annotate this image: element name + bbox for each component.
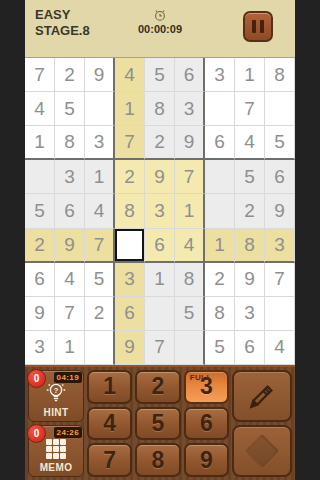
- eraser-button[interactable]: [232, 425, 292, 477]
- cell-r5c2[interactable]: 6: [55, 194, 85, 228]
- cell-r6c5[interactable]: 6: [145, 229, 175, 263]
- cell-r4c7[interactable]: [205, 160, 235, 194]
- cell-r4c5[interactable]: 9: [145, 160, 175, 194]
- cell-r8c2[interactable]: 7: [55, 297, 85, 331]
- cell-r5c4[interactable]: 8: [115, 194, 145, 228]
- cell-r2c5[interactable]: 8: [145, 92, 175, 126]
- lightbulb-icon: ?: [44, 380, 68, 406]
- cell-r9c7[interactable]: 5: [205, 331, 235, 365]
- cell-r1c4[interactable]: 4: [115, 58, 145, 92]
- cell-r6c2[interactable]: 9: [55, 229, 85, 263]
- numpad-button-5[interactable]: 5: [135, 407, 180, 441]
- cell-r8c8[interactable]: 3: [235, 297, 265, 331]
- cell-r5c6[interactable]: 1: [175, 194, 205, 228]
- cell-r1c6[interactable]: 6: [175, 58, 205, 92]
- numpad-digit: 8: [152, 447, 165, 474]
- cell-r9c4[interactable]: 9: [115, 331, 145, 365]
- alarm-clock-icon: [153, 8, 167, 22]
- cell-r1c3[interactable]: 9: [85, 58, 115, 92]
- memo-count-badge: 0: [27, 424, 46, 443]
- pause-button[interactable]: [243, 11, 273, 42]
- numpad-button-7[interactable]: 7: [87, 443, 132, 477]
- numpad-digit: 2: [152, 373, 165, 400]
- cell-r9c8[interactable]: 6: [235, 331, 265, 365]
- numpad-button-9[interactable]: 9: [184, 443, 229, 477]
- cell-r8c7[interactable]: 8: [205, 297, 235, 331]
- cell-r4c6[interactable]: 7: [175, 160, 205, 194]
- cell-r8c9[interactable]: [265, 297, 295, 331]
- eraser-diamond-icon: [245, 434, 279, 468]
- cell-r4c1[interactable]: [25, 160, 55, 194]
- stage-title: EASY STAGE.8: [35, 7, 90, 39]
- cell-r4c2[interactable]: 3: [55, 160, 85, 194]
- cell-r7c8[interactable]: 9: [235, 263, 265, 297]
- cell-r4c4[interactable]: 2: [115, 160, 145, 194]
- cell-r4c3[interactable]: 1: [85, 160, 115, 194]
- cell-r8c3[interactable]: 2: [85, 297, 115, 331]
- cell-r2c9[interactable]: [265, 92, 295, 126]
- cell-r7c4[interactable]: 3: [115, 263, 145, 297]
- cell-r9c1[interactable]: 3: [25, 331, 55, 365]
- cell-r5c1[interactable]: 5: [25, 194, 55, 228]
- cell-r4c9[interactable]: 6: [265, 160, 295, 194]
- cell-r9c9[interactable]: 4: [265, 331, 295, 365]
- numpad-button-8[interactable]: 8: [135, 443, 180, 477]
- svg-text:?: ?: [54, 386, 59, 395]
- cell-r6c7[interactable]: 1: [205, 229, 235, 263]
- cell-r2c6[interactable]: 3: [175, 92, 205, 126]
- numpad-button-2[interactable]: 2: [135, 370, 180, 404]
- cell-r2c7[interactable]: [205, 92, 235, 126]
- cell-r3c6[interactable]: 9: [175, 126, 205, 160]
- header: EASY STAGE.8 00:00:09: [25, 0, 295, 57]
- sudoku-app: EASY STAGE.8 00:00:09 729456318451837183…: [25, 0, 295, 480]
- cell-r6c6[interactable]: 4: [175, 229, 205, 263]
- timer: 00:00:09: [138, 8, 182, 35]
- pause-icon: [260, 20, 264, 33]
- cell-r7c2[interactable]: 4: [55, 263, 85, 297]
- cell-r2c1[interactable]: 4: [25, 92, 55, 126]
- numpad-digit: 9: [200, 447, 213, 474]
- cell-r5c8[interactable]: 2: [235, 194, 265, 228]
- cell-r5c5[interactable]: 3: [145, 194, 175, 228]
- pencil-icon: [246, 380, 278, 412]
- cell-r4c8[interactable]: 5: [235, 160, 265, 194]
- cell-r3c9[interactable]: 5: [265, 126, 295, 160]
- numpad-digit: 7: [103, 447, 116, 474]
- numpad-button-1[interactable]: 1: [87, 370, 132, 404]
- cell-r2c2[interactable]: 5: [55, 92, 85, 126]
- numpad-digit: 4: [103, 410, 116, 437]
- cell-r5c3[interactable]: 4: [85, 194, 115, 228]
- cell-r7c1[interactable]: 6: [25, 263, 55, 297]
- cell-r1c5[interactable]: 5: [145, 58, 175, 92]
- numpad: 12FULL3456789: [87, 370, 229, 477]
- right-tools: [232, 370, 292, 477]
- memo-label: MEMO: [40, 462, 73, 473]
- cell-r1c7[interactable]: 3: [205, 58, 235, 92]
- cell-r8c1[interactable]: 9: [25, 297, 55, 331]
- cell-r3c3[interactable]: 3: [85, 126, 115, 160]
- memo-timer: 24:26: [54, 427, 82, 438]
- control-panel: 0 04:19 ? HINT 0 24:26 MEMO 12FULL345678…: [25, 365, 295, 480]
- cell-r1c9[interactable]: 8: [265, 58, 295, 92]
- numpad-digit: 6: [200, 410, 213, 437]
- cell-r1c1[interactable]: 7: [25, 58, 55, 92]
- difficulty-label: EASY: [35, 7, 90, 23]
- cell-r7c3[interactable]: 5: [85, 263, 115, 297]
- cell-r7c7[interactable]: 2: [205, 263, 235, 297]
- cell-r6c9[interactable]: 3: [265, 229, 295, 263]
- cell-r5c9[interactable]: 9: [265, 194, 295, 228]
- pause-icon: [252, 20, 256, 33]
- cell-r3c8[interactable]: 4: [235, 126, 265, 160]
- numpad-button-4[interactable]: 4: [87, 407, 132, 441]
- memo-grid-icon: [46, 439, 66, 459]
- cell-r7c5[interactable]: 1: [145, 263, 175, 297]
- cell-r1c2[interactable]: 2: [55, 58, 85, 92]
- cell-r2c8[interactable]: 7: [235, 92, 265, 126]
- hint-label: HINT: [44, 407, 69, 418]
- cell-r6c4[interactable]: [115, 229, 145, 263]
- cell-r9c2[interactable]: 1: [55, 331, 85, 365]
- timer-value: 00:00:09: [138, 23, 182, 35]
- pencil-button[interactable]: [232, 370, 292, 422]
- numpad-button-6[interactable]: 6: [184, 407, 229, 441]
- cell-r3c7[interactable]: 6: [205, 126, 235, 160]
- cell-r2c4[interactable]: 1: [115, 92, 145, 126]
- stage-label: STAGE.8: [35, 23, 90, 39]
- numpad-digit: 5: [152, 410, 165, 437]
- numpad-button-3[interactable]: FULL3: [184, 370, 229, 404]
- cell-r8c6[interactable]: 5: [175, 297, 205, 331]
- cell-r9c3[interactable]: [85, 331, 115, 365]
- numpad-digit: 1: [103, 373, 116, 400]
- cell-r7c9[interactable]: 7: [265, 263, 295, 297]
- cell-r7c6[interactable]: 8: [175, 263, 205, 297]
- hint-timer: 04:19: [54, 372, 82, 383]
- cell-r3c2[interactable]: 8: [55, 126, 85, 160]
- cell-r9c5[interactable]: 7: [145, 331, 175, 365]
- cell-r8c5[interactable]: [145, 297, 175, 331]
- cell-r3c1[interactable]: 1: [25, 126, 55, 160]
- sudoku-board: 7294563184518371837296453129756564831292…: [25, 57, 295, 365]
- cell-r3c5[interactable]: 2: [145, 126, 175, 160]
- cell-r6c3[interactable]: 7: [85, 229, 115, 263]
- full-badge: FULL: [190, 373, 212, 382]
- hint-count-badge: 0: [27, 369, 46, 388]
- cell-r2c3[interactable]: [85, 92, 115, 126]
- cell-r3c4[interactable]: 7: [115, 126, 145, 160]
- cell-r9c6[interactable]: [175, 331, 205, 365]
- cell-r1c8[interactable]: 1: [235, 58, 265, 92]
- cell-r6c1[interactable]: 2: [25, 229, 55, 263]
- left-tools: 0 04:19 ? HINT 0 24:26 MEMO: [28, 370, 84, 477]
- hint-button[interactable]: 0 04:19 ? HINT: [28, 370, 84, 422]
- memo-button[interactable]: 0 24:26 MEMO: [28, 425, 84, 477]
- cell-r5c7[interactable]: [205, 194, 235, 228]
- cell-r8c4[interactable]: 6: [115, 297, 145, 331]
- cell-r6c8[interactable]: 8: [235, 229, 265, 263]
